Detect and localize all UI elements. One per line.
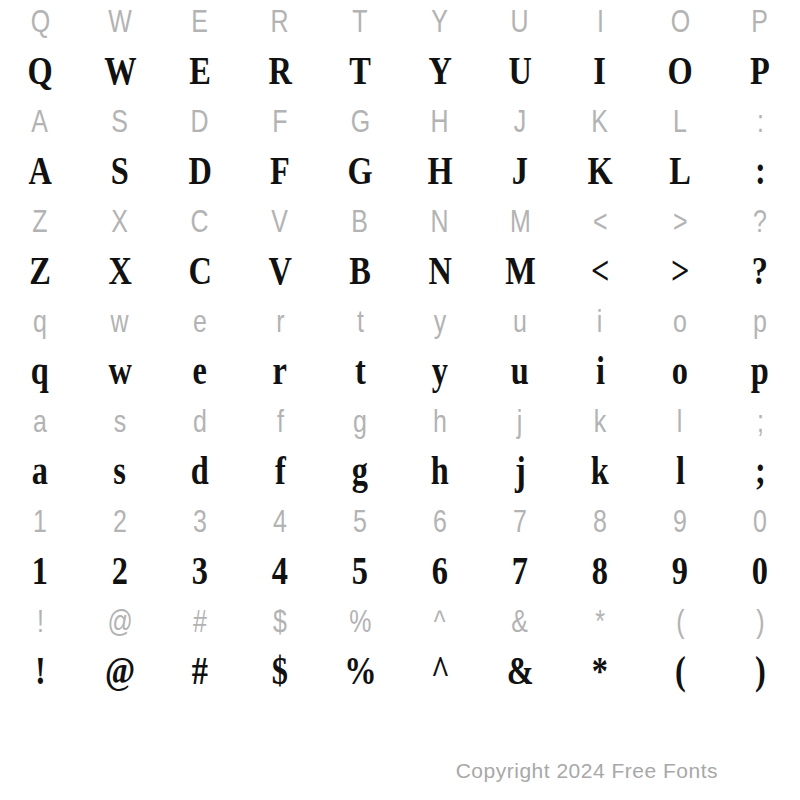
glyph-cell-r9c4: f bbox=[240, 400, 320, 450]
glyph: & bbox=[512, 605, 529, 637]
glyph-cell-r8c6: y bbox=[400, 350, 480, 400]
glyph: B bbox=[352, 205, 369, 237]
glyph: W bbox=[104, 51, 136, 90]
glyph-cell-r9c7: j bbox=[480, 400, 560, 450]
glyph: g bbox=[352, 451, 368, 490]
glyph-cell-r3c2: S bbox=[80, 100, 160, 150]
glyph-cell-r3c1: A bbox=[0, 100, 80, 150]
glyph-cell-r3c4: F bbox=[240, 100, 320, 150]
glyph: F bbox=[272, 105, 287, 137]
glyph: g bbox=[353, 405, 367, 437]
glyph-cell-r5c4: V bbox=[240, 200, 320, 250]
glyph-cell-r7c2: w bbox=[80, 300, 160, 350]
glyph: u bbox=[511, 351, 529, 390]
glyph: 3 bbox=[193, 505, 207, 537]
glyph-cell-r13c5: % bbox=[320, 600, 400, 650]
glyph: Q bbox=[30, 5, 49, 37]
glyph-cell-r9c10: ; bbox=[720, 400, 800, 450]
glyph: < bbox=[591, 251, 609, 290]
glyph: I bbox=[594, 51, 607, 90]
glyph: ! bbox=[37, 605, 44, 637]
glyph: 7 bbox=[512, 551, 528, 590]
glyph-cell-r11c8: 8 bbox=[560, 500, 640, 550]
glyph-cell-r1c10: P bbox=[720, 0, 800, 50]
glyph-cell-r8c5: t bbox=[320, 350, 400, 400]
glyph: ) bbox=[755, 651, 766, 690]
glyph: # bbox=[192, 651, 208, 690]
glyph: N bbox=[428, 251, 451, 290]
glyph-grid: QWERTYUIOPQWERTYUIOPASDFGHJKL:ASDFGHJKL:… bbox=[0, 0, 800, 700]
glyph: S bbox=[112, 105, 129, 137]
glyph-cell-r1c5: T bbox=[320, 0, 400, 50]
glyph-cell-r8c2: w bbox=[80, 350, 160, 400]
glyph-cell-r14c1: ! bbox=[0, 650, 80, 700]
glyph: e bbox=[193, 305, 207, 337]
glyph-cell-r11c4: 4 bbox=[240, 500, 320, 550]
glyph: : bbox=[755, 151, 766, 190]
glyph-cell-r13c10: ) bbox=[720, 600, 800, 650]
glyph: k bbox=[594, 405, 606, 437]
glyph-cell-r5c10: ? bbox=[720, 200, 800, 250]
glyph: $ bbox=[273, 605, 287, 637]
glyph: H bbox=[431, 105, 449, 137]
glyph: T bbox=[349, 51, 371, 90]
glyph: t bbox=[357, 305, 364, 337]
glyph-cell-r8c1: q bbox=[0, 350, 80, 400]
glyph: * bbox=[592, 651, 608, 690]
glyph-cell-r12c1: 1 bbox=[0, 550, 80, 600]
glyph: w bbox=[111, 305, 129, 337]
glyph-cell-r10c5: g bbox=[320, 450, 400, 500]
glyph-cell-r14c10: ) bbox=[720, 650, 800, 700]
glyph: E bbox=[189, 51, 211, 90]
glyph: 7 bbox=[513, 505, 527, 537]
glyph: e bbox=[193, 351, 207, 390]
glyph-cell-r9c3: d bbox=[160, 400, 240, 450]
glyph: 6 bbox=[433, 505, 447, 537]
glyph-cell-r7c6: y bbox=[400, 300, 480, 350]
glyph: W bbox=[108, 5, 132, 37]
glyph-cell-r10c8: k bbox=[560, 450, 640, 500]
glyph: X bbox=[108, 251, 131, 290]
glyph: s bbox=[114, 405, 126, 437]
glyph-cell-r12c6: 6 bbox=[400, 550, 480, 600]
glyph-cell-r4c10: : bbox=[720, 150, 800, 200]
glyph: Z bbox=[29, 251, 51, 290]
glyph: d bbox=[191, 451, 209, 490]
glyph-cell-r8c3: e bbox=[160, 350, 240, 400]
glyph: & bbox=[507, 651, 534, 690]
glyph-cell-r6c6: N bbox=[400, 250, 480, 300]
glyph: L bbox=[669, 151, 691, 190]
glyph: F bbox=[270, 151, 290, 190]
glyph-cell-r2c5: T bbox=[320, 50, 400, 100]
glyph: a bbox=[33, 405, 47, 437]
glyph: $ bbox=[272, 651, 288, 690]
glyph-cell-r6c1: Z bbox=[0, 250, 80, 300]
glyph-cell-r7c10: p bbox=[720, 300, 800, 350]
glyph-cell-r5c1: Z bbox=[0, 200, 80, 250]
glyph-cell-r10c9: l bbox=[640, 450, 720, 500]
glyph-cell-r13c1: ! bbox=[0, 600, 80, 650]
glyph: O bbox=[667, 51, 692, 90]
glyph-cell-r13c4: $ bbox=[240, 600, 320, 650]
glyph: k bbox=[591, 451, 609, 490]
glyph: t bbox=[355, 351, 366, 390]
glyph: # bbox=[193, 605, 207, 637]
glyph-cell-r10c4: f bbox=[240, 450, 320, 500]
glyph: r bbox=[273, 351, 287, 390]
glyph: 6 bbox=[432, 551, 448, 590]
glyph-cell-r6c10: ? bbox=[720, 250, 800, 300]
glyph-cell-r3c5: G bbox=[320, 100, 400, 150]
glyph-cell-r14c4: $ bbox=[240, 650, 320, 700]
glyph: > bbox=[671, 251, 689, 290]
glyph: T bbox=[352, 5, 367, 37]
glyph-cell-r12c3: 3 bbox=[160, 550, 240, 600]
glyph-cell-r10c2: s bbox=[80, 450, 160, 500]
glyph-cell-r8c4: r bbox=[240, 350, 320, 400]
glyph: u bbox=[513, 305, 527, 337]
glyph: P bbox=[752, 5, 769, 37]
glyph: 9 bbox=[673, 505, 687, 537]
glyph-cell-r7c4: r bbox=[240, 300, 320, 350]
glyph: ) bbox=[756, 605, 764, 637]
glyph: R bbox=[268, 51, 291, 90]
glyph-cell-r9c8: k bbox=[560, 400, 640, 450]
glyph-cell-r12c5: 5 bbox=[320, 550, 400, 600]
glyph: i bbox=[595, 351, 604, 390]
glyph: % bbox=[349, 605, 371, 637]
glyph: 4 bbox=[273, 505, 287, 537]
glyph: 8 bbox=[593, 505, 607, 537]
glyph: ( bbox=[675, 651, 686, 690]
glyph: L bbox=[673, 105, 687, 137]
glyph-cell-r12c9: 9 bbox=[640, 550, 720, 600]
glyph: f bbox=[275, 451, 286, 490]
glyph: G bbox=[347, 151, 372, 190]
glyph-cell-r5c7: M bbox=[480, 200, 560, 250]
glyph-cell-r5c6: N bbox=[400, 200, 480, 250]
glyph-cell-r1c3: E bbox=[160, 0, 240, 50]
glyph-cell-r13c7: & bbox=[480, 600, 560, 650]
glyph-cell-r10c6: h bbox=[400, 450, 480, 500]
glyph-cell-r7c5: t bbox=[320, 300, 400, 350]
glyph-cell-r7c8: i bbox=[560, 300, 640, 350]
glyph-cell-r5c9: > bbox=[640, 200, 720, 250]
glyph-cell-r5c3: C bbox=[160, 200, 240, 250]
glyph: U bbox=[508, 51, 531, 90]
glyph: U bbox=[511, 5, 529, 37]
glyph: a bbox=[32, 451, 48, 490]
glyph-cell-r3c9: L bbox=[640, 100, 720, 150]
glyph: f bbox=[277, 405, 284, 437]
glyph: V bbox=[272, 205, 289, 237]
glyph: G bbox=[350, 105, 369, 137]
glyph: E bbox=[192, 5, 209, 37]
glyph: % bbox=[344, 651, 376, 690]
glyph-cell-r5c5: B bbox=[320, 200, 400, 250]
glyph: h bbox=[433, 405, 447, 437]
glyph: 2 bbox=[113, 505, 127, 537]
glyph: w bbox=[108, 351, 131, 390]
glyph: : bbox=[757, 105, 764, 137]
glyph: p bbox=[753, 305, 767, 337]
glyph-cell-r6c2: X bbox=[80, 250, 160, 300]
glyph-cell-r14c7: & bbox=[480, 650, 560, 700]
glyph: J bbox=[514, 105, 526, 137]
glyph: y bbox=[434, 305, 446, 337]
glyph-cell-r2c3: E bbox=[160, 50, 240, 100]
glyph-cell-r6c4: V bbox=[240, 250, 320, 300]
glyph-cell-r9c1: a bbox=[0, 400, 80, 450]
glyph-cell-r14c9: ( bbox=[640, 650, 720, 700]
glyph-cell-r6c3: C bbox=[160, 250, 240, 300]
glyph: l bbox=[675, 451, 684, 490]
glyph-cell-r12c2: 2 bbox=[80, 550, 160, 600]
glyph: d bbox=[193, 405, 207, 437]
glyph: P bbox=[750, 51, 770, 90]
glyph: h bbox=[431, 451, 449, 490]
glyph-cell-r8c8: i bbox=[560, 350, 640, 400]
glyph-cell-r4c1: A bbox=[0, 150, 80, 200]
glyph: j bbox=[515, 451, 526, 490]
glyph: 2 bbox=[112, 551, 128, 590]
glyph: p bbox=[751, 351, 769, 390]
glyph: q bbox=[31, 351, 49, 390]
glyph-cell-r7c7: u bbox=[480, 300, 560, 350]
glyph-cell-r14c2: @ bbox=[80, 650, 160, 700]
glyph: i bbox=[597, 305, 603, 337]
glyph-cell-r8c10: p bbox=[720, 350, 800, 400]
glyph-cell-r13c6: ^ bbox=[400, 600, 480, 650]
glyph-cell-r6c8: < bbox=[560, 250, 640, 300]
glyph-cell-r14c5: % bbox=[320, 650, 400, 700]
glyph-cell-r6c9: > bbox=[640, 250, 720, 300]
glyph: y bbox=[432, 351, 448, 390]
glyph: ; bbox=[755, 451, 766, 490]
glyph-cell-r4c4: F bbox=[240, 150, 320, 200]
glyph: O bbox=[670, 5, 689, 37]
glyph-cell-r4c8: K bbox=[560, 150, 640, 200]
glyph-cell-r13c8: * bbox=[560, 600, 640, 650]
glyph: K bbox=[592, 105, 609, 137]
glyph-cell-r10c10: ; bbox=[720, 450, 800, 500]
glyph-cell-r1c8: I bbox=[560, 0, 640, 50]
glyph: J bbox=[512, 151, 528, 190]
glyph: q bbox=[33, 305, 47, 337]
glyph-cell-r11c6: 6 bbox=[400, 500, 480, 550]
glyph-cell-r3c8: K bbox=[560, 100, 640, 150]
glyph-cell-r8c7: u bbox=[480, 350, 560, 400]
glyph-cell-r2c6: Y bbox=[400, 50, 480, 100]
glyph-cell-r11c9: 9 bbox=[640, 500, 720, 550]
glyph-cell-r12c10: 0 bbox=[720, 550, 800, 600]
glyph: 3 bbox=[192, 551, 208, 590]
glyph-cell-r4c3: D bbox=[160, 150, 240, 200]
glyph-cell-r10c1: a bbox=[0, 450, 80, 500]
glyph: j bbox=[517, 405, 523, 437]
glyph: * bbox=[595, 605, 605, 637]
glyph-cell-r2c4: R bbox=[240, 50, 320, 100]
glyph: V bbox=[268, 251, 291, 290]
glyph: l bbox=[677, 405, 683, 437]
glyph-cell-r14c3: # bbox=[160, 650, 240, 700]
glyph-cell-r6c5: B bbox=[320, 250, 400, 300]
glyph: C bbox=[191, 205, 209, 237]
glyph-cell-r11c7: 7 bbox=[480, 500, 560, 550]
glyph: 0 bbox=[752, 551, 768, 590]
glyph: ^ bbox=[431, 651, 450, 690]
glyph: ; bbox=[757, 405, 764, 437]
glyph-cell-r2c2: W bbox=[80, 50, 160, 100]
glyph: 1 bbox=[32, 551, 48, 590]
glyph: N bbox=[431, 205, 449, 237]
glyph-cell-r14c8: * bbox=[560, 650, 640, 700]
glyph-cell-r11c5: 5 bbox=[320, 500, 400, 550]
glyph-cell-r12c8: 8 bbox=[560, 550, 640, 600]
glyph: s bbox=[114, 451, 127, 490]
glyph: r bbox=[276, 305, 284, 337]
glyph: 4 bbox=[272, 551, 288, 590]
glyph-cell-r7c9: o bbox=[640, 300, 720, 350]
glyph: o bbox=[673, 305, 687, 337]
glyph: 9 bbox=[672, 551, 688, 590]
glyph: A bbox=[32, 105, 49, 137]
glyph-cell-r6c7: M bbox=[480, 250, 560, 300]
glyph-cell-r1c2: W bbox=[80, 0, 160, 50]
glyph: < bbox=[593, 205, 608, 237]
glyph: D bbox=[188, 151, 211, 190]
glyph-cell-r3c3: D bbox=[160, 100, 240, 150]
glyph-cell-r9c2: s bbox=[80, 400, 160, 450]
glyph: S bbox=[111, 151, 129, 190]
glyph: 1 bbox=[33, 505, 47, 537]
glyph-cell-r10c3: d bbox=[160, 450, 240, 500]
glyph-cell-r4c6: H bbox=[400, 150, 480, 200]
glyph: Y bbox=[428, 51, 451, 90]
glyph-cell-r1c9: O bbox=[640, 0, 720, 50]
glyph: D bbox=[191, 105, 209, 137]
glyph: @ bbox=[105, 651, 135, 690]
glyph: M bbox=[505, 251, 536, 290]
glyph-cell-r3c10: : bbox=[720, 100, 800, 150]
glyph-cell-r11c1: 1 bbox=[0, 500, 80, 550]
glyph: 5 bbox=[352, 551, 368, 590]
glyph-cell-r5c8: < bbox=[560, 200, 640, 250]
glyph-cell-r11c2: 2 bbox=[80, 500, 160, 550]
glyph: Z bbox=[32, 205, 47, 237]
glyph-cell-r7c1: q bbox=[0, 300, 80, 350]
glyph-cell-r9c9: l bbox=[640, 400, 720, 450]
glyph-cell-r4c5: G bbox=[320, 150, 400, 200]
glyph-cell-r2c8: I bbox=[560, 50, 640, 100]
glyph-cell-r8c9: o bbox=[640, 350, 720, 400]
glyph: B bbox=[349, 251, 371, 290]
glyph: 8 bbox=[592, 551, 608, 590]
glyph-cell-r4c2: S bbox=[80, 150, 160, 200]
glyph-cell-r5c2: X bbox=[80, 200, 160, 250]
glyph-cell-r11c10: 0 bbox=[720, 500, 800, 550]
glyph-cell-r9c5: g bbox=[320, 400, 400, 450]
glyph-cell-r2c9: O bbox=[640, 50, 720, 100]
glyph-cell-r12c4: 4 bbox=[240, 550, 320, 600]
glyph-cell-r1c7: U bbox=[480, 0, 560, 50]
glyph: ! bbox=[35, 651, 46, 690]
glyph: R bbox=[271, 5, 289, 37]
glyph: o bbox=[672, 351, 688, 390]
glyph: Y bbox=[432, 5, 449, 37]
glyph-cell-r2c10: P bbox=[720, 50, 800, 100]
glyph-cell-r13c2: @ bbox=[80, 600, 160, 650]
glyph-cell-r4c9: L bbox=[640, 150, 720, 200]
glyph-cell-r2c1: Q bbox=[0, 50, 80, 100]
glyph: C bbox=[188, 251, 211, 290]
glyph-cell-r10c7: j bbox=[480, 450, 560, 500]
glyph: M bbox=[510, 205, 531, 237]
glyph-cell-r3c7: J bbox=[480, 100, 560, 150]
glyph: K bbox=[587, 151, 612, 190]
glyph: 0 bbox=[753, 505, 767, 537]
glyph: Q bbox=[27, 51, 52, 90]
glyph: > bbox=[673, 205, 688, 237]
glyph: H bbox=[427, 151, 452, 190]
glyph-cell-r4c7: J bbox=[480, 150, 560, 200]
glyph-cell-r3c6: H bbox=[400, 100, 480, 150]
glyph-cell-r1c1: Q bbox=[0, 0, 80, 50]
glyph: X bbox=[112, 205, 129, 237]
glyph: I bbox=[597, 5, 604, 37]
glyph: 5 bbox=[353, 505, 367, 537]
glyph-cell-r13c9: ( bbox=[640, 600, 720, 650]
glyph-cell-r2c7: U bbox=[480, 50, 560, 100]
glyph-cell-r14c6: ^ bbox=[400, 650, 480, 700]
glyph-cell-r13c3: # bbox=[160, 600, 240, 650]
glyph: @ bbox=[107, 605, 132, 637]
glyph-cell-r11c3: 3 bbox=[160, 500, 240, 550]
glyph: ? bbox=[753, 205, 767, 237]
glyph-cell-r7c3: e bbox=[160, 300, 240, 350]
glyph-cell-r12c7: 7 bbox=[480, 550, 560, 600]
glyph-cell-r1c4: R bbox=[240, 0, 320, 50]
copyright-text: Copyright 2024 Free Fonts bbox=[456, 759, 718, 783]
glyph-cell-r9c6: h bbox=[400, 400, 480, 450]
glyph: A bbox=[28, 151, 51, 190]
glyph: ? bbox=[752, 251, 768, 290]
glyph-cell-r1c6: Y bbox=[400, 0, 480, 50]
glyph: ^ bbox=[434, 605, 446, 637]
glyph: ( bbox=[676, 605, 684, 637]
